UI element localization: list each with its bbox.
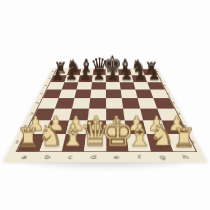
- file-label: g: [150, 152, 176, 162]
- vinyl-board-mat: ♜♞♝♛♚♝♞♜♟♟♟♟♟♟♟♟♟♟♟♟♟♟♟♟♜♞♝♛♚♝♞♜ abcdefg…: [3, 68, 207, 162]
- file-labels: abcdefgh: [11, 152, 199, 162]
- square-e4: [106, 98, 123, 108]
- square-d5: [90, 90, 106, 99]
- square-a4: [38, 98, 59, 108]
- square-d6: [91, 82, 106, 90]
- file-label: c: [58, 152, 83, 162]
- chess-set-photo: ♜♞♝♛♚♝♞♜♟♟♟♟♟♟♟♟♟♟♟♟♟♟♟♟♜♞♝♛♚♝♞♜ abcdefg…: [0, 0, 210, 210]
- square-c6: [76, 82, 92, 90]
- file-label: h: [172, 152, 199, 162]
- square-b4: [55, 98, 74, 108]
- square-h1: ♜: [167, 134, 196, 151]
- file-label: e: [105, 152, 129, 162]
- square-e6: [106, 82, 121, 90]
- file-label: d: [81, 152, 105, 162]
- square-h7: ♟: [145, 75, 161, 82]
- square-c5: [74, 90, 91, 99]
- square-e5: [106, 90, 122, 99]
- file-label: b: [34, 152, 60, 162]
- piece-black-pawn: ♟: [142, 68, 166, 82]
- board-grid: ♜♞♝♛♚♝♞♜♟♟♟♟♟♟♟♟♟♟♟♟♟♟♟♟♜♞♝♛♚♝♞♜: [16, 69, 198, 152]
- perspective-scene: ♜♞♝♛♚♝♞♜♟♟♟♟♟♟♟♟♟♟♟♟♟♟♟♟♜♞♝♛♚♝♞♜ abcdefg…: [0, 0, 210, 210]
- piece-white-rook: ♜: [165, 125, 204, 151]
- file-label: f: [127, 152, 152, 162]
- square-c4: [72, 98, 90, 108]
- square-d4: [89, 98, 106, 108]
